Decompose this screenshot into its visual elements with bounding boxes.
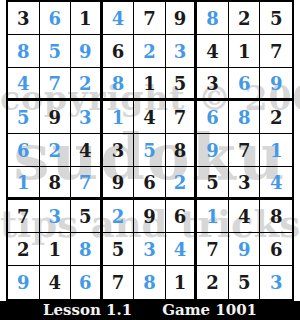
sudoku-cell-r2c1[interactable]: 8 xyxy=(8,35,40,68)
sudoku-cell-r3c3[interactable]: 2 xyxy=(71,68,103,101)
sudoku-cell-r2c8[interactable]: 1 xyxy=(229,35,261,68)
sudoku-cell-r1c9[interactable]: 5 xyxy=(260,2,292,35)
sudoku-cell-r9c7[interactable]: 2 xyxy=(197,266,229,299)
sudoku-grid: 3614798258596234174728153695931476826243… xyxy=(6,0,294,301)
sudoku-cell-r1c3[interactable]: 1 xyxy=(71,2,103,35)
sudoku-cell-r4c1[interactable]: 5 xyxy=(8,101,40,134)
sudoku-cell-r3c4[interactable]: 8 xyxy=(103,68,135,101)
sudoku-cell-r3c7[interactable]: 3 xyxy=(197,68,229,101)
sudoku-cell-r5c8[interactable]: 7 xyxy=(229,134,261,167)
sudoku-cell-r4c9[interactable]: 2 xyxy=(260,101,292,134)
sudoku-cell-r8c6[interactable]: 4 xyxy=(166,233,198,266)
sudoku-cell-r2c9[interactable]: 7 xyxy=(260,35,292,68)
sudoku-cell-r8c2[interactable]: 1 xyxy=(40,233,72,266)
sudoku-cell-r6c6[interactable]: 2 xyxy=(166,167,198,200)
sudoku-cell-r3c9[interactable]: 9 xyxy=(260,68,292,101)
sudoku-cell-r4c8[interactable]: 8 xyxy=(229,101,261,134)
sudoku-cell-r8c1[interactable]: 2 xyxy=(8,233,40,266)
sudoku-cell-r9c6[interactable]: 1 xyxy=(166,266,198,299)
sudoku-cell-r4c2[interactable]: 9 xyxy=(40,101,72,134)
sudoku-cell-r6c5[interactable]: 6 xyxy=(134,167,166,200)
sudoku-cell-r5c9[interactable]: 1 xyxy=(260,134,292,167)
sudoku-cell-r7c1[interactable]: 7 xyxy=(8,200,40,233)
sudoku-cell-r6c9[interactable]: 4 xyxy=(260,167,292,200)
sudoku-cell-r7c7[interactable]: 1 xyxy=(197,200,229,233)
sudoku-cell-r7c2[interactable]: 3 xyxy=(40,200,72,233)
sudoku-cell-r6c7[interactable]: 5 xyxy=(197,167,229,200)
sudoku-cell-r4c4[interactable]: 1 xyxy=(103,101,135,134)
sudoku-cell-r8c4[interactable]: 5 xyxy=(103,233,135,266)
sudoku-cell-r6c3[interactable]: 7 xyxy=(71,167,103,200)
sudoku-cell-r2c7[interactable]: 4 xyxy=(197,35,229,68)
sudoku-cell-r1c4[interactable]: 4 xyxy=(103,2,135,35)
sudoku-cell-r1c5[interactable]: 7 xyxy=(134,2,166,35)
sudoku-cell-r6c2[interactable]: 8 xyxy=(40,167,72,200)
sudoku-cell-r9c1[interactable]: 9 xyxy=(8,266,40,299)
sudoku-cell-r2c5[interactable]: 2 xyxy=(134,35,166,68)
sudoku-cell-r8c3[interactable]: 8 xyxy=(71,233,103,266)
sudoku-cell-r7c9[interactable]: 8 xyxy=(260,200,292,233)
sudoku-board: copyright © 2007 sudoku tips and tricks … xyxy=(0,0,300,320)
sudoku-cell-r3c1[interactable]: 4 xyxy=(8,68,40,101)
sudoku-cell-r1c7[interactable]: 8 xyxy=(197,2,229,35)
sudoku-cell-r8c9[interactable]: 6 xyxy=(260,233,292,266)
sudoku-cell-r7c3[interactable]: 5 xyxy=(71,200,103,233)
footer-bar: Lesson 1.1 Game 1001 xyxy=(0,301,300,320)
sudoku-cell-r4c3[interactable]: 3 xyxy=(71,101,103,134)
sudoku-cell-r6c1[interactable]: 1 xyxy=(8,167,40,200)
sudoku-cell-r3c6[interactable]: 5 xyxy=(166,68,198,101)
sudoku-cell-r3c8[interactable]: 6 xyxy=(229,68,261,101)
sudoku-cell-r3c5[interactable]: 1 xyxy=(134,68,166,101)
sudoku-cell-r8c5[interactable]: 3 xyxy=(134,233,166,266)
sudoku-cell-r2c2[interactable]: 5 xyxy=(40,35,72,68)
sudoku-cell-r8c7[interactable]: 7 xyxy=(197,233,229,266)
sudoku-cell-r3c2[interactable]: 7 xyxy=(40,68,72,101)
sudoku-cell-r5c6[interactable]: 8 xyxy=(166,134,198,167)
sudoku-cell-r2c6[interactable]: 3 xyxy=(166,35,198,68)
sudoku-cell-r1c2[interactable]: 6 xyxy=(40,2,72,35)
sudoku-cell-r4c5[interactable]: 4 xyxy=(134,101,166,134)
sudoku-cell-r4c6[interactable]: 7 xyxy=(166,101,198,134)
sudoku-cell-r7c6[interactable]: 6 xyxy=(166,200,198,233)
lesson-label: Lesson 1.1 xyxy=(43,303,132,318)
sudoku-cell-r5c4[interactable]: 3 xyxy=(103,134,135,167)
sudoku-cell-r7c5[interactable]: 9 xyxy=(134,200,166,233)
sudoku-cell-r6c8[interactable]: 3 xyxy=(229,167,261,200)
sudoku-cell-r5c2[interactable]: 2 xyxy=(40,134,72,167)
sudoku-cell-r9c9[interactable]: 3 xyxy=(260,266,292,299)
sudoku-cell-r6c4[interactable]: 9 xyxy=(103,167,135,200)
sudoku-cell-r7c4[interactable]: 2 xyxy=(103,200,135,233)
sudoku-cell-r5c7[interactable]: 9 xyxy=(197,134,229,167)
sudoku-cell-r4c7[interactable]: 6 xyxy=(197,101,229,134)
sudoku-cell-r9c8[interactable]: 5 xyxy=(229,266,261,299)
sudoku-cell-r9c2[interactable]: 4 xyxy=(40,266,72,299)
sudoku-cell-r1c6[interactable]: 9 xyxy=(166,2,198,35)
sudoku-cell-r7c8[interactable]: 4 xyxy=(229,200,261,233)
sudoku-cell-r1c1[interactable]: 3 xyxy=(8,2,40,35)
sudoku-cell-r5c3[interactable]: 4 xyxy=(71,134,103,167)
sudoku-cell-r5c1[interactable]: 6 xyxy=(8,134,40,167)
sudoku-cell-r1c8[interactable]: 2 xyxy=(229,2,261,35)
sudoku-cell-r9c3[interactable]: 6 xyxy=(71,266,103,299)
game-number-label: Game 1001 xyxy=(162,303,257,318)
sudoku-cell-r8c8[interactable]: 9 xyxy=(229,233,261,266)
sudoku-cell-r9c5[interactable]: 8 xyxy=(134,266,166,299)
sudoku-cell-r2c4[interactable]: 6 xyxy=(103,35,135,68)
sudoku-cell-r5c5[interactable]: 5 xyxy=(134,134,166,167)
sudoku-cell-r9c4[interactable]: 7 xyxy=(103,266,135,299)
sudoku-cell-r2c3[interactable]: 9 xyxy=(71,35,103,68)
